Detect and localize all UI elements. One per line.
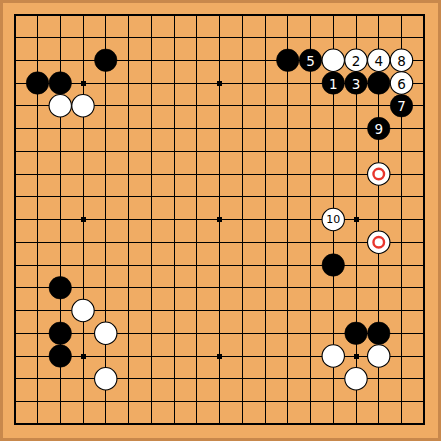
stone-white-4-16 [95, 368, 117, 390]
star-point [354, 354, 359, 359]
move-number: 6 [397, 76, 406, 92]
stone-white-17-3: 6 [390, 72, 412, 94]
stone-black-15-14 [345, 322, 367, 344]
move-number: 9 [374, 121, 383, 137]
stone-white-3-13 [72, 299, 94, 321]
black-stone [345, 322, 367, 344]
move-number: 1 [329, 76, 338, 92]
stone-white-16-7 [368, 163, 390, 185]
move-number: 7 [397, 98, 406, 114]
star-point [217, 81, 222, 86]
stone-black-2-15 [49, 345, 71, 367]
stone-black-1-3 [26, 72, 48, 94]
white-stone [368, 163, 390, 185]
white-stone [368, 345, 390, 367]
stone-white-2-4 [49, 95, 71, 117]
star-point [217, 354, 222, 359]
white-stone [322, 49, 344, 71]
stone-black-2-14 [49, 322, 71, 344]
stone-black-15-3: 3 [345, 72, 367, 94]
stone-black-16-5: 9 [368, 117, 390, 139]
white-stone [95, 322, 117, 344]
white-stone [72, 299, 94, 321]
move-number: 5 [306, 53, 315, 69]
stone-white-3-4 [72, 95, 94, 117]
white-stone [368, 231, 390, 253]
stone-white-14-9: 10 [322, 208, 344, 230]
black-stone [95, 49, 117, 71]
go-board: 52481367910 [0, 0, 441, 441]
star-point [354, 217, 359, 222]
stone-white-16-2: 4 [368, 49, 390, 71]
stone-black-17-4: 7 [390, 95, 412, 117]
stone-black-16-14 [368, 322, 390, 344]
stone-white-17-2: 8 [390, 49, 412, 71]
black-stone [322, 254, 344, 276]
white-stone [72, 95, 94, 117]
move-number: 3 [352, 76, 361, 92]
stone-white-14-15 [322, 345, 344, 367]
black-stone [49, 72, 71, 94]
white-stone [345, 368, 367, 390]
black-stone [49, 345, 71, 367]
white-stone [322, 345, 344, 367]
stone-black-2-3 [49, 72, 71, 94]
black-stone [26, 72, 48, 94]
stone-black-4-2 [95, 49, 117, 71]
move-number: 10 [326, 213, 340, 226]
stone-white-15-2: 2 [345, 49, 367, 71]
stone-black-2-12 [49, 277, 71, 299]
white-stone [49, 95, 71, 117]
black-stone [49, 277, 71, 299]
white-stone [95, 368, 117, 390]
stone-black-14-3: 1 [322, 72, 344, 94]
stone-white-4-14 [95, 322, 117, 344]
star-point [81, 217, 86, 222]
black-stone [368, 322, 390, 344]
stone-black-16-3 [368, 72, 390, 94]
black-stone [368, 72, 390, 94]
stone-black-12-2 [277, 49, 299, 71]
stone-black-13-2: 5 [299, 49, 321, 71]
black-stone [277, 49, 299, 71]
star-point [81, 354, 86, 359]
black-stone [49, 322, 71, 344]
stone-black-14-11 [322, 254, 344, 276]
stone-white-14-2 [322, 49, 344, 71]
star-point [81, 81, 86, 86]
move-number: 8 [397, 53, 406, 69]
stone-white-16-15 [368, 345, 390, 367]
move-number: 4 [374, 53, 383, 69]
star-point [217, 217, 222, 222]
move-number: 2 [352, 53, 361, 69]
stone-white-16-10 [368, 231, 390, 253]
go-board-svg: 52481367910 [0, 0, 441, 441]
stone-white-15-16 [345, 368, 367, 390]
